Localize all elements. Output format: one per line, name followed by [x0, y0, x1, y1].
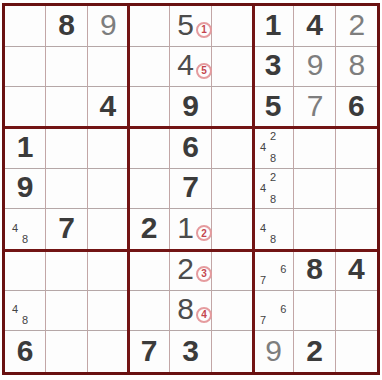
- given-digit: 2: [141, 213, 158, 245]
- cell-r9c9[interactable]: [336, 331, 377, 372]
- cell-r8c4[interactable]: [129, 291, 170, 332]
- cell-r3c2[interactable]: [46, 87, 87, 128]
- cell-r8c9[interactable]: [336, 291, 377, 332]
- cell-r2c9[interactable]: 8: [336, 47, 377, 88]
- pencil-digit: 6: [278, 264, 288, 275]
- given-digit: 4: [306, 10, 323, 42]
- box-separator-horizontal-1: [5, 126, 377, 129]
- cell-r2c5[interactable]: 45: [170, 47, 211, 88]
- cell-r7c1[interactable]: [5, 250, 46, 291]
- cell-r9c3[interactable]: [88, 331, 129, 372]
- solved-digit: 9: [307, 50, 323, 82]
- pencil-digit: 6: [278, 304, 288, 315]
- cell-r8c1[interactable]: 48: [5, 291, 46, 332]
- given-digit: 2: [306, 336, 323, 368]
- cell-r7c8[interactable]: 8: [294, 250, 335, 291]
- cell-r4c3[interactable]: [88, 128, 129, 169]
- cell-r9c2[interactable]: [46, 331, 87, 372]
- solved-digit: 7: [307, 91, 323, 123]
- cell-r1c8[interactable]: 4: [294, 6, 335, 47]
- pencil-marks: 67: [258, 253, 288, 286]
- cell-r6c3[interactable]: [88, 209, 129, 250]
- given-digit: 9: [182, 91, 199, 123]
- cell-r4c7[interactable]: 248: [253, 128, 294, 169]
- cell-r7c9[interactable]: 4: [336, 250, 377, 291]
- cell-r2c6[interactable]: [212, 47, 253, 88]
- cell-r8c8[interactable]: [294, 291, 335, 332]
- cell-r7c6[interactable]: [212, 250, 253, 291]
- cell-r3c3[interactable]: 4: [88, 87, 129, 128]
- cell-r6c7[interactable]: 48: [253, 209, 294, 250]
- current-digit: 1: [177, 213, 194, 245]
- cell-r5c7[interactable]: 248: [253, 169, 294, 210]
- given-digit: 7: [58, 213, 75, 245]
- cell-r3c6[interactable]: [212, 87, 253, 128]
- cell-r4c2[interactable]: [46, 128, 87, 169]
- solved-digit: 2: [348, 10, 364, 42]
- pencil-marks: 48: [258, 212, 288, 245]
- cell-r3c1[interactable]: [5, 87, 46, 128]
- pencil-digit: 7: [258, 315, 268, 326]
- pencil-digit: 4: [258, 183, 268, 194]
- cell-r4c5[interactable]: 6: [170, 128, 211, 169]
- pencil-digit: 4: [10, 304, 20, 315]
- cell-r4c1[interactable]: 1: [5, 128, 46, 169]
- sudoku-grid: 8951142453984957616248972484872124823678…: [5, 6, 377, 372]
- cell-r2c3[interactable]: [88, 47, 129, 88]
- move-order-badge: 1: [196, 22, 212, 38]
- cell-r2c1[interactable]: [5, 47, 46, 88]
- cell-r8c5[interactable]: 84: [170, 291, 211, 332]
- cell-r8c3[interactable]: [88, 291, 129, 332]
- pencil-digit: 7: [258, 275, 268, 286]
- given-digit: 1: [17, 132, 34, 164]
- cell-r6c9[interactable]: [336, 209, 377, 250]
- cell-r5c8[interactable]: [294, 169, 335, 210]
- cell-r9c6[interactable]: [212, 331, 253, 372]
- cell-r2c8[interactable]: 9: [294, 47, 335, 88]
- solved-digit: 9: [100, 10, 116, 42]
- cell-r8c7[interactable]: 67: [253, 291, 294, 332]
- solved-digit: 9: [265, 336, 281, 368]
- pencil-marks: 48: [10, 294, 40, 327]
- cell-r1c1[interactable]: [5, 6, 46, 47]
- current-digit: 8: [177, 294, 194, 326]
- box-separator-horizontal-2: [5, 249, 377, 252]
- cell-r9c5[interactable]: 3: [170, 331, 211, 372]
- cell-r3c7[interactable]: 5: [253, 87, 294, 128]
- pencil-digit: 4: [258, 223, 268, 234]
- cell-r5c3[interactable]: [88, 169, 129, 210]
- cell-r6c2[interactable]: 7: [46, 209, 87, 250]
- cell-r5c2[interactable]: [46, 169, 87, 210]
- cell-r2c7[interactable]: 3: [253, 47, 294, 88]
- move-order-badge: 3: [196, 266, 212, 282]
- cell-r3c9[interactable]: 6: [336, 87, 377, 128]
- cell-r1c5[interactable]: 51: [170, 6, 211, 47]
- pencil-digit: 8: [268, 153, 278, 164]
- cell-r9c7[interactable]: 9: [253, 331, 294, 372]
- given-digit: 7: [182, 172, 199, 204]
- pencil-digit: 2: [268, 172, 278, 183]
- given-digit: 8: [58, 10, 75, 42]
- pencil-marks: 248: [258, 131, 288, 164]
- pencil-digit: 8: [20, 234, 30, 245]
- pencil-digit: 2: [268, 131, 278, 142]
- cell-r5c6[interactable]: [212, 169, 253, 210]
- given-digit: 4: [348, 254, 365, 286]
- pencil-digit: 8: [20, 315, 30, 326]
- given-digit: 6: [17, 336, 34, 368]
- current-digit: 2: [177, 254, 194, 286]
- cell-r4c6[interactable]: [212, 128, 253, 169]
- cell-r4c4[interactable]: [129, 128, 170, 169]
- pencil-digit: 8: [268, 234, 278, 245]
- move-order-badge: 2: [196, 225, 212, 241]
- move-order-badge: 5: [196, 63, 212, 79]
- given-digit: 6: [182, 132, 199, 164]
- cell-r5c5[interactable]: 7: [170, 169, 211, 210]
- cell-r6c6[interactable]: [212, 209, 253, 250]
- cell-r7c3[interactable]: [88, 250, 129, 291]
- pencil-marks: 248: [258, 172, 288, 205]
- cell-r3c8[interactable]: 7: [294, 87, 335, 128]
- cell-r7c4[interactable]: [129, 250, 170, 291]
- cell-r2c2[interactable]: [46, 47, 87, 88]
- cell-r1c9[interactable]: 2: [336, 6, 377, 47]
- current-digit: 4: [177, 50, 194, 82]
- given-digit: 7: [141, 336, 158, 368]
- pencil-marks: 48: [10, 212, 40, 245]
- sudoku-board: 8951142453984957616248972484872124823678…: [2, 3, 380, 375]
- pencil-digit: 4: [10, 223, 20, 234]
- cell-r9c8[interactable]: 2: [294, 331, 335, 372]
- box-separator-vertical-1: [127, 6, 130, 372]
- box-separator-vertical-2: [252, 6, 255, 372]
- cell-r4c9[interactable]: [336, 128, 377, 169]
- cell-r1c3[interactable]: 9: [88, 6, 129, 47]
- given-digit: 6: [348, 91, 365, 123]
- cell-r1c4[interactable]: [129, 6, 170, 47]
- pencil-digit: 8: [268, 194, 278, 205]
- given-digit: 9: [17, 172, 34, 204]
- cell-r7c7[interactable]: 67: [253, 250, 294, 291]
- solved-digit: 8: [348, 50, 364, 82]
- cell-r7c2[interactable]: [46, 250, 87, 291]
- cell-r5c4[interactable]: [129, 169, 170, 210]
- cell-r6c5[interactable]: 12: [170, 209, 211, 250]
- given-digit: 8: [306, 254, 323, 286]
- cell-r3c4[interactable]: [129, 87, 170, 128]
- cell-r4c8[interactable]: [294, 128, 335, 169]
- given-digit: 3: [182, 336, 199, 368]
- given-digit: 4: [99, 91, 116, 123]
- cell-r5c1[interactable]: 9: [5, 169, 46, 210]
- given-digit: 3: [265, 50, 282, 82]
- cell-r6c8[interactable]: [294, 209, 335, 250]
- cell-r5c9[interactable]: [336, 169, 377, 210]
- cell-r1c2[interactable]: 8: [46, 6, 87, 47]
- cell-r9c1[interactable]: 6: [5, 331, 46, 372]
- pencil-marks: 67: [258, 294, 288, 327]
- cell-r1c6[interactable]: [212, 6, 253, 47]
- pencil-digit: 4: [258, 142, 268, 153]
- cell-r6c4[interactable]: 2: [129, 209, 170, 250]
- cell-r7c5[interactable]: 23: [170, 250, 211, 291]
- given-digit: 1: [265, 10, 282, 42]
- cell-r8c6[interactable]: [212, 291, 253, 332]
- cell-r9c4[interactable]: 7: [129, 331, 170, 372]
- move-order-badge: 4: [196, 307, 212, 323]
- cell-r8c2[interactable]: [46, 291, 87, 332]
- cell-r3c5[interactable]: 9: [170, 87, 211, 128]
- given-digit: 5: [265, 91, 282, 123]
- cell-r6c1[interactable]: 48: [5, 209, 46, 250]
- cell-r2c4[interactable]: [129, 47, 170, 88]
- current-digit: 5: [177, 10, 194, 42]
- cell-r1c7[interactable]: 1: [253, 6, 294, 47]
